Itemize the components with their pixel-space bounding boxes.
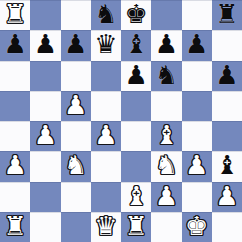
square-c1[interactable] [61, 212, 91, 242]
black-knight-f6[interactable]: ♞ [155, 62, 178, 88]
square-e7[interactable]: ♝ [121, 30, 151, 60]
square-e1[interactable]: ♜ [121, 212, 151, 242]
white-pawn-d4[interactable]: ♟ [94, 122, 117, 148]
white-bishop-f4[interactable]: ♝ [155, 122, 178, 148]
square-h3[interactable]: ♝ [212, 151, 242, 181]
square-h1[interactable] [212, 212, 242, 242]
square-a7[interactable]: ♟ [0, 30, 30, 60]
square-f1[interactable] [151, 212, 181, 242]
square-g7[interactable]: ♟ [182, 30, 212, 60]
square-h7[interactable] [212, 30, 242, 60]
square-h4[interactable] [212, 121, 242, 151]
square-a1[interactable]: ♜ [0, 212, 30, 242]
square-b1[interactable] [30, 212, 60, 242]
square-g1[interactable]: ♚ [182, 212, 212, 242]
square-a3[interactable]: ♟ [0, 151, 30, 181]
square-h5[interactable] [212, 91, 242, 121]
black-rook-h8[interactable]: ♜ [215, 1, 238, 27]
black-pawn-a7[interactable]: ♟ [3, 31, 26, 57]
square-g4[interactable] [182, 121, 212, 151]
square-g3[interactable]: ♟ [182, 151, 212, 181]
square-f2[interactable]: ♟ [151, 182, 181, 212]
square-f8[interactable] [151, 0, 181, 30]
square-b7[interactable]: ♟ [30, 30, 60, 60]
square-d8[interactable]: ♞ [91, 0, 121, 30]
square-d4[interactable]: ♟ [91, 121, 121, 151]
white-queen-d1[interactable]: ♛ [94, 213, 117, 239]
black-queen-d7[interactable]: ♛ [94, 31, 117, 57]
white-knight-f3[interactable]: ♞ [155, 152, 178, 178]
square-h2[interactable]: ♟ [212, 182, 242, 212]
square-b4[interactable]: ♟ [30, 121, 60, 151]
square-g8[interactable] [182, 0, 212, 30]
square-e4[interactable] [121, 121, 151, 151]
square-e8[interactable]: ♚ [121, 0, 151, 30]
square-e5[interactable] [121, 91, 151, 121]
square-c2[interactable] [61, 182, 91, 212]
black-king-e8[interactable]: ♚ [124, 1, 147, 27]
square-f4[interactable]: ♝ [151, 121, 181, 151]
black-pawn-b7[interactable]: ♟ [34, 31, 57, 57]
white-bishop-e2[interactable]: ♝ [124, 183, 147, 209]
square-a4[interactable] [0, 121, 30, 151]
square-b6[interactable] [30, 61, 60, 91]
square-b5[interactable] [30, 91, 60, 121]
square-b2[interactable] [30, 182, 60, 212]
black-pawn-e6[interactable]: ♟ [124, 62, 147, 88]
white-pawn-a3[interactable]: ♟ [3, 152, 26, 178]
black-pawn-f7[interactable]: ♟ [155, 31, 178, 57]
white-pawn-g3[interactable]: ♟ [185, 152, 208, 178]
square-a6[interactable] [0, 61, 30, 91]
square-d1[interactable]: ♛ [91, 212, 121, 242]
square-g2[interactable] [182, 182, 212, 212]
white-pawn-h2[interactable]: ♟ [215, 183, 238, 209]
square-d2[interactable] [91, 182, 121, 212]
square-f3[interactable]: ♞ [151, 151, 181, 181]
square-g5[interactable] [182, 91, 212, 121]
square-f5[interactable] [151, 91, 181, 121]
square-a5[interactable] [0, 91, 30, 121]
square-d5[interactable] [91, 91, 121, 121]
square-c4[interactable] [61, 121, 91, 151]
black-pawn-g7[interactable]: ♟ [185, 31, 208, 57]
square-d3[interactable] [91, 151, 121, 181]
square-b8[interactable] [30, 0, 60, 30]
square-b3[interactable] [30, 151, 60, 181]
square-e6[interactable]: ♟ [121, 61, 151, 91]
square-h8[interactable]: ♜ [212, 0, 242, 30]
square-a2[interactable] [0, 182, 30, 212]
white-pawn-f2[interactable]: ♟ [155, 183, 178, 209]
black-knight-d8[interactable]: ♞ [94, 1, 117, 27]
square-d7[interactable]: ♛ [91, 30, 121, 60]
white-pawn-b4[interactable]: ♟ [34, 122, 57, 148]
square-c5[interactable]: ♟ [61, 91, 91, 121]
white-pawn-c5[interactable]: ♟ [64, 92, 87, 118]
square-a8[interactable]: ♜ [0, 0, 30, 30]
square-d6[interactable] [91, 61, 121, 91]
white-rook-e1[interactable]: ♜ [124, 213, 147, 239]
square-g6[interactable] [182, 61, 212, 91]
black-bishop-e7[interactable]: ♝ [124, 31, 147, 57]
square-c8[interactable] [61, 0, 91, 30]
square-e3[interactable] [121, 151, 151, 181]
chess-board: ♜♞♚♜♟♟♟♛♝♟♟♟♞♟♟♟♟♝♟♞♞♟♝♝♟♟♜♛♜♚ [0, 0, 242, 242]
square-h6[interactable]: ♟ [212, 61, 242, 91]
square-c7[interactable]: ♟ [61, 30, 91, 60]
square-f7[interactable]: ♟ [151, 30, 181, 60]
white-knight-c3[interactable]: ♞ [64, 152, 87, 178]
square-e2[interactable]: ♝ [121, 182, 151, 212]
black-pawn-h6[interactable]: ♟ [215, 62, 238, 88]
square-f6[interactable]: ♞ [151, 61, 181, 91]
square-c3[interactable]: ♞ [61, 151, 91, 181]
black-pawn-c7[interactable]: ♟ [64, 31, 87, 57]
white-rook-a8[interactable]: ♜ [3, 1, 26, 27]
white-king-g1[interactable]: ♚ [185, 213, 208, 239]
black-bishop-h3[interactable]: ♝ [215, 152, 238, 178]
square-c6[interactable] [61, 61, 91, 91]
white-rook-a1[interactable]: ♜ [3, 213, 26, 239]
